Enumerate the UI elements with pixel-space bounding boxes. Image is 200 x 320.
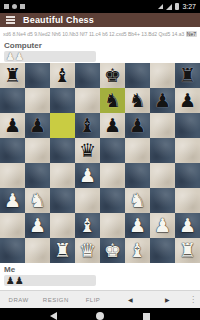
white-rook: ♜ [179,238,196,263]
last-move-chip: Ne7 [186,31,197,37]
square-d7[interactable] [75,88,100,113]
square-e6[interactable]: ♟ [100,113,125,138]
square-b5[interactable] [25,138,50,163]
square-f4[interactable] [125,163,150,188]
signal-icon [166,4,172,10]
square-c1[interactable]: ♜ [50,238,75,263]
beautiful-chess-app: 3:27 Beautiful Chess xd6 8.Ne4 d5 9.Ned2… [0,0,200,320]
square-h8[interactable]: ♜ [175,63,200,88]
square-g7[interactable]: ♟ [150,88,175,113]
move-list-text: xd6 8.Ne4 d5 9.Ned2 Nh6 10.Nb3 Nf7 11.c4… [3,31,185,37]
square-f3[interactable]: ♞ [125,188,150,213]
flip-button[interactable]: FLIP [74,297,111,303]
square-g4[interactable] [150,163,175,188]
black-king: ♚ [104,63,121,88]
square-f6[interactable]: ♟ [125,113,150,138]
recents-icon[interactable] [143,313,150,320]
chess-board: ♜♝♚♜♞♞♟♟♟♟♝♟♟♛♟♟♞♞♟♝♟♟♟♜♛♚♝♜ [0,63,200,263]
square-c2[interactable] [50,213,75,238]
back-icon[interactable] [50,312,57,320]
white-king: ♚ [104,238,121,263]
square-a2[interactable] [0,213,25,238]
white-pawn: ♟ [4,188,21,213]
square-e8[interactable]: ♚ [100,63,125,88]
white-bishop: ♝ [79,213,96,238]
black-knight: ♞ [129,88,146,113]
square-b2[interactable]: ♟ [25,213,50,238]
square-b4[interactable] [25,163,50,188]
white-pawn: ♟ [79,163,96,188]
app-bar: Beautiful Chess [0,13,200,27]
black-pawn: ♟ [179,88,196,113]
square-h2[interactable]: ♟ [175,213,200,238]
notification-icon [12,4,17,9]
square-e7[interactable]: ♞ [100,88,125,113]
square-c8[interactable]: ♝ [50,63,75,88]
notification-icon [4,4,9,9]
draw-button[interactable]: DRAW [0,297,37,303]
app-title: Beautiful Chess [23,15,94,25]
white-bishop: ♝ [129,238,146,263]
square-c3[interactable] [50,188,75,213]
square-d6[interactable]: ♝ [75,113,100,138]
square-h7[interactable]: ♟ [175,88,200,113]
white-knight: ♞ [29,188,46,213]
square-a3[interactable]: ♟ [0,188,25,213]
player-bottom-name: Me [4,265,196,275]
player-top-name: Computer [4,41,196,51]
square-h1[interactable]: ♜ [175,238,200,263]
square-g6[interactable] [150,113,175,138]
hamburger-menu-icon[interactable] [6,16,15,24]
battery-icon [175,3,179,10]
white-rook: ♜ [54,238,71,263]
player-top: Computer ♟♟ [0,40,200,63]
square-g1[interactable] [150,238,175,263]
square-g2[interactable]: ♟ [150,213,175,238]
android-status-bar: 3:27 [0,0,200,13]
square-a7[interactable] [0,88,25,113]
square-b6[interactable]: ♟ [25,113,50,138]
prev-move-button[interactable]: ◀ [112,296,149,303]
captured-white-pawn: ♟ [15,51,24,62]
square-d4[interactable]: ♟ [75,163,100,188]
clock-text: 3:27 [182,3,196,10]
square-h5[interactable] [175,138,200,163]
square-h4[interactable] [175,163,200,188]
captured-black-pawn: ♟ [15,275,24,286]
white-knight: ♞ [129,188,146,213]
notification-icon [20,4,25,9]
android-nav-bar [0,308,200,320]
black-rook: ♜ [179,63,196,88]
square-b8[interactable] [25,63,50,88]
black-pawn: ♟ [29,113,46,138]
next-move-button[interactable]: ▶ [149,296,186,303]
captured-tray-bottom: ♟♟ [4,275,96,286]
square-b1[interactable] [25,238,50,263]
square-e3[interactable] [100,188,125,213]
resign-button[interactable]: RESIGN [37,297,74,303]
white-pawn: ♟ [129,213,146,238]
square-d3[interactable] [75,188,100,213]
square-c5[interactable] [50,138,75,163]
square-f7[interactable]: ♞ [125,88,150,113]
square-c6[interactable] [50,113,75,138]
white-pawn: ♟ [179,213,196,238]
black-bishop: ♝ [54,63,71,88]
overflow-menu-icon[interactable]: ⋮ [186,295,200,304]
square-c7[interactable] [50,88,75,113]
black-bishop: ♝ [79,113,96,138]
square-a4[interactable] [0,163,25,188]
black-knight: ♞ [104,88,121,113]
square-b7[interactable] [25,88,50,113]
square-c4[interactable] [50,163,75,188]
black-pawn: ♟ [129,113,146,138]
wifi-icon [158,4,163,9]
square-g5[interactable] [150,138,175,163]
square-d5[interactable]: ♛ [75,138,100,163]
square-d8[interactable] [75,63,100,88]
square-g3[interactable] [150,188,175,213]
square-h3[interactable] [175,188,200,213]
move-list[interactable]: xd6 8.Ne4 d5 9.Ned2 Nh6 10.Nb3 Nf7 11.c4… [0,27,200,40]
white-queen: ♛ [79,238,96,263]
square-d1[interactable]: ♛ [75,238,100,263]
square-e2[interactable] [100,213,125,238]
player-bottom: Me ♟♟ [0,263,200,290]
captured-black-pawn: ♟ [6,275,15,286]
black-rook: ♜ [4,63,21,88]
captured-tray-top: ♟♟ [4,51,96,62]
black-pawn: ♟ [4,113,21,138]
captured-white-pawn: ♟ [6,51,15,62]
square-e4[interactable] [100,163,125,188]
black-pawn: ♟ [104,113,121,138]
white-pawn: ♟ [29,213,46,238]
square-a5[interactable] [0,138,25,163]
square-f2[interactable]: ♟ [125,213,150,238]
square-e1[interactable]: ♚ [100,238,125,263]
square-h6[interactable] [175,113,200,138]
black-pawn: ♟ [154,88,171,113]
white-pawn: ♟ [154,213,171,238]
square-f8[interactable] [125,63,150,88]
square-a8[interactable]: ♜ [0,63,25,88]
square-f5[interactable] [125,138,150,163]
square-g8[interactable] [150,63,175,88]
game-toolbar: DRAW RESIGN FLIP ◀ ▶ ⋮ [0,290,200,308]
square-b3[interactable]: ♞ [25,188,50,213]
square-d2[interactable]: ♝ [75,213,100,238]
home-icon[interactable] [96,312,104,320]
square-a6[interactable]: ♟ [0,113,25,138]
black-queen: ♛ [79,138,96,163]
square-a1[interactable] [0,238,25,263]
square-e5[interactable] [100,138,125,163]
square-f1[interactable]: ♝ [125,238,150,263]
